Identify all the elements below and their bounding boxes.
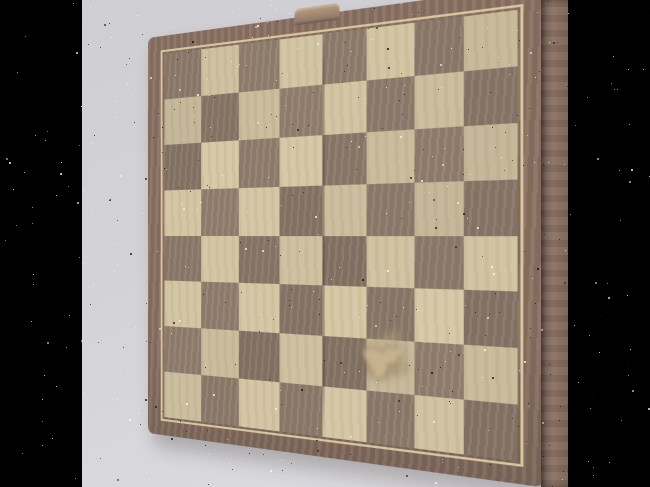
square-e1[interactable] — [322, 29, 367, 85]
photo-area: ♟ ♟ — [82, 0, 568, 487]
square-c7[interactable] — [239, 331, 279, 383]
square-f3[interactable] — [367, 129, 414, 184]
square-b4[interactable] — [201, 188, 239, 236]
square-c4[interactable] — [239, 187, 279, 236]
square-d8[interactable] — [279, 382, 321, 436]
square-d5[interactable] — [279, 236, 321, 286]
square-h3[interactable] — [464, 123, 517, 181]
square-b2[interactable] — [201, 92, 239, 142]
square-a1[interactable] — [164, 49, 200, 99]
square-b7[interactable] — [201, 329, 239, 379]
square-e8[interactable] — [322, 386, 367, 442]
board-box-side-panel — [541, 0, 568, 487]
square-b1[interactable] — [201, 45, 239, 96]
square-d6[interactable] — [279, 284, 321, 336]
square-g1[interactable] — [414, 16, 464, 75]
square-e5[interactable] — [322, 236, 367, 288]
square-g5[interactable] — [414, 236, 464, 291]
square-e2[interactable] — [322, 80, 367, 135]
square-c2[interactable] — [239, 89, 279, 141]
square-h1[interactable] — [464, 10, 517, 71]
square-d2[interactable] — [279, 85, 321, 138]
square-c3[interactable] — [239, 138, 279, 188]
square-a7[interactable] — [164, 326, 200, 375]
square-g2[interactable] — [414, 71, 464, 129]
square-f5[interactable] — [367, 236, 414, 289]
square-g8[interactable] — [414, 395, 464, 454]
square-c8[interactable] — [239, 379, 279, 432]
screenshot-canvas: ♟ ♟ — [0, 0, 650, 487]
square-a8[interactable] — [164, 372, 200, 422]
square-d4[interactable] — [279, 185, 321, 235]
square-h6[interactable] — [464, 290, 517, 348]
square-g3[interactable] — [414, 126, 464, 182]
square-a3[interactable] — [164, 142, 200, 190]
right-letterbox-band — [568, 0, 650, 487]
square-h8[interactable] — [464, 400, 517, 461]
square-e3[interactable] — [322, 132, 367, 185]
left-letterbox-band — [0, 0, 82, 487]
board-fold-seam — [322, 41, 324, 431]
square-g4[interactable] — [414, 181, 464, 236]
square-e4[interactable] — [322, 184, 367, 236]
square-f4[interactable] — [367, 182, 414, 235]
square-f1[interactable] — [367, 23, 414, 81]
square-b3[interactable] — [201, 140, 239, 189]
square-d1[interactable] — [279, 34, 321, 88]
square-c6[interactable] — [239, 283, 279, 333]
square-f2[interactable] — [367, 76, 414, 132]
square-h7[interactable] — [464, 345, 517, 405]
square-b6[interactable] — [201, 282, 239, 331]
square-h2[interactable] — [464, 66, 517, 126]
board-grid — [164, 10, 517, 461]
chess-board[interactable] — [148, 0, 544, 487]
square-c1[interactable] — [239, 40, 279, 93]
square-a4[interactable] — [164, 189, 200, 236]
pawn-piece[interactable]: ♟ ♟ — [354, 326, 418, 390]
square-d7[interactable] — [279, 333, 321, 386]
board-clasp — [295, 3, 340, 26]
board-inner-border — [161, 4, 524, 467]
square-h5[interactable] — [464, 236, 517, 292]
square-a2[interactable] — [164, 96, 200, 145]
square-b8[interactable] — [201, 375, 239, 426]
square-c5[interactable] — [239, 236, 279, 285]
square-a5[interactable] — [164, 236, 200, 283]
square-h4[interactable] — [464, 179, 517, 235]
square-b5[interactable] — [201, 236, 239, 284]
square-a6[interactable] — [164, 281, 200, 329]
square-d3[interactable] — [279, 135, 321, 187]
